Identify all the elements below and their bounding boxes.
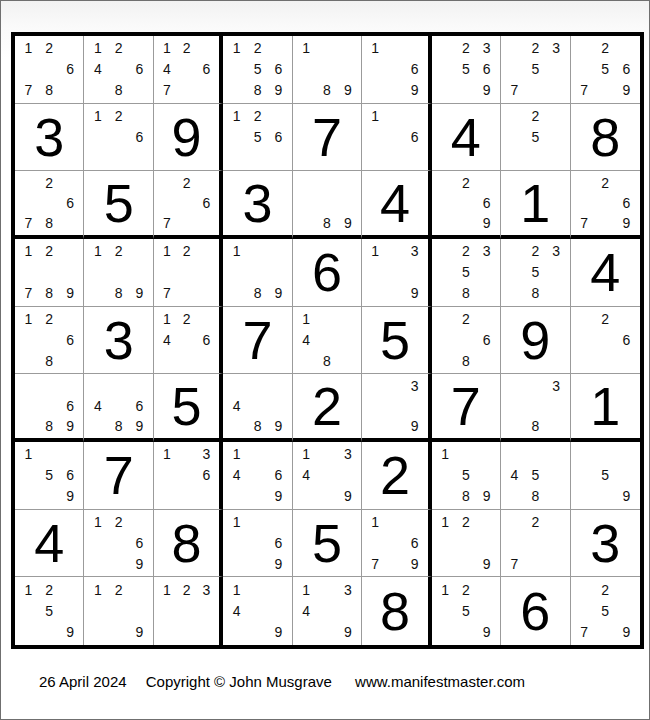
solved-digit: 9: [154, 104, 219, 171]
cell-r7c9: 59: [571, 442, 640, 510]
pencil-marks: 1289: [84, 239, 152, 306]
pencil-mark-7: 7: [574, 80, 595, 101]
cell-r5c9: 26: [571, 307, 640, 375]
pencil-mark-8: 8: [455, 283, 476, 304]
pencil-marks: 1259: [15, 577, 83, 645]
pencil-marks: 129: [84, 577, 152, 645]
pencil-mark-6: 6: [268, 465, 289, 486]
empty-mark-slot: [296, 350, 317, 371]
pencil-mark-4: 4: [157, 59, 177, 80]
pencil-marks: 139: [362, 239, 427, 306]
pencil-mark-6: 6: [197, 59, 217, 80]
pencil-mark-9: 9: [476, 80, 497, 101]
pencil-mark-5: 5: [595, 465, 616, 486]
empty-mark-slot: [455, 193, 476, 213]
pencil-mark-4: 4: [296, 330, 317, 351]
pencil-mark-1: 1: [226, 444, 247, 465]
empty-mark-slot: [504, 59, 525, 80]
pencil-mark-9: 9: [476, 553, 497, 574]
empty-mark-slot: [177, 193, 197, 213]
empty-mark-slot: [546, 59, 567, 80]
pencil-mark-2: 2: [455, 38, 476, 59]
pencil-mark-6: 6: [476, 193, 497, 213]
empty-mark-slot: [317, 465, 338, 486]
pencil-mark-1: 1: [435, 579, 456, 600]
pencil-marks: 127: [154, 239, 219, 306]
solved-digit: 7: [293, 104, 361, 171]
empty-mark-slot: [268, 601, 289, 622]
cell-r4c2: 1289: [84, 239, 153, 307]
pencil-mark-9: 9: [616, 80, 637, 101]
empty-mark-slot: [385, 147, 405, 168]
empty-mark-slot: [247, 262, 268, 283]
empty-mark-slot: [197, 80, 217, 101]
cell-r2c9: 8: [571, 104, 640, 172]
empty-mark-slot: [405, 38, 425, 59]
solved-digit: 3: [84, 307, 152, 374]
empty-mark-slot: [157, 262, 177, 283]
empty-mark-slot: [435, 309, 456, 330]
pencil-mark-5: 5: [525, 59, 546, 80]
empty-mark-slot: [476, 465, 497, 486]
empty-mark-slot: [385, 38, 405, 59]
pencil-mark-6: 6: [129, 396, 150, 416]
empty-mark-slot: [317, 622, 338, 643]
empty-mark-slot: [476, 533, 497, 554]
empty-mark-slot: [268, 147, 289, 168]
cell-r5c8: 9: [501, 307, 570, 375]
pencil-marks: 2358: [432, 239, 500, 306]
pencil-mark-9: 9: [129, 553, 150, 574]
pencil-mark-1: 1: [365, 241, 385, 262]
empty-mark-slot: [129, 376, 150, 396]
pencil-mark-1: 1: [435, 444, 456, 465]
empty-mark-slot: [129, 601, 150, 622]
empty-mark-slot: [616, 579, 637, 600]
pencil-marks: 59: [571, 442, 640, 509]
empty-mark-slot: [87, 147, 108, 168]
cell-r6c7: 7: [432, 374, 501, 442]
empty-mark-slot: [385, 59, 405, 80]
pencil-mark-7: 7: [157, 283, 177, 304]
empty-mark-slot: [504, 486, 525, 507]
pencil-mark-2: 2: [108, 38, 129, 59]
pencil-mark-6: 6: [60, 396, 81, 416]
pencil-mark-2: 2: [177, 173, 197, 193]
empty-mark-slot: [87, 601, 108, 622]
empty-mark-slot: [435, 553, 456, 574]
pencil-mark-5: 5: [247, 127, 268, 148]
pencil-mark-1: 1: [87, 512, 108, 533]
cell-r5c1: 1268: [15, 307, 84, 375]
empty-mark-slot: [546, 465, 567, 486]
empty-mark-slot: [226, 553, 247, 574]
empty-mark-slot: [385, 106, 405, 127]
solved-digit: 1: [501, 171, 569, 235]
pencil-mark-1: 1: [18, 241, 39, 262]
empty-mark-slot: [39, 622, 60, 643]
cell-r8c9: 3: [571, 510, 640, 578]
cell-r2c1: 3: [15, 104, 84, 172]
pencil-marks: 149: [223, 577, 291, 645]
empty-mark-slot: [435, 213, 456, 233]
pencil-marks: 1469: [223, 442, 291, 509]
pencil-mark-7: 7: [365, 553, 385, 574]
pencil-marks: 169: [223, 510, 291, 577]
pencil-marks: 1259: [432, 577, 500, 645]
pencil-mark-1: 1: [87, 579, 108, 600]
pencil-mark-8: 8: [39, 350, 60, 371]
empty-mark-slot: [435, 622, 456, 643]
pencil-mark-2: 2: [455, 241, 476, 262]
empty-mark-slot: [385, 533, 405, 554]
cell-r4c1: 12789: [15, 239, 84, 307]
cell-r1c5: 189: [293, 36, 362, 104]
empty-mark-slot: [365, 80, 385, 101]
cell-r9c8: 6: [501, 577, 570, 645]
cell-r3c5: 89: [293, 171, 362, 239]
pencil-mark-9: 9: [405, 80, 425, 101]
empty-mark-slot: [39, 59, 60, 80]
cell-r5c4: 7: [223, 307, 292, 375]
cell-r9c6: 8: [362, 577, 431, 645]
empty-mark-slot: [546, 486, 567, 507]
empty-mark-slot: [108, 396, 129, 416]
solved-digit: 3: [15, 104, 83, 171]
empty-mark-slot: [337, 350, 358, 371]
empty-mark-slot: [87, 553, 108, 574]
empty-mark-slot: [177, 330, 197, 351]
pencil-mark-2: 2: [595, 309, 616, 330]
pencil-marks: 126: [84, 104, 152, 171]
empty-mark-slot: [574, 486, 595, 507]
empty-mark-slot: [177, 59, 197, 80]
empty-mark-slot: [18, 486, 39, 507]
pencil-mark-6: 6: [616, 193, 637, 213]
empty-mark-slot: [317, 309, 338, 330]
empty-mark-slot: [177, 622, 197, 643]
solved-digit: 4: [15, 510, 83, 577]
cell-r4c7: 2358: [432, 239, 501, 307]
empty-mark-slot: [476, 173, 497, 193]
empty-mark-slot: [337, 193, 358, 213]
solved-digit: 6: [501, 577, 569, 645]
empty-mark-slot: [574, 193, 595, 213]
pencil-mark-1: 1: [296, 38, 317, 59]
empty-mark-slot: [365, 147, 385, 168]
empty-mark-slot: [296, 486, 317, 507]
pencil-mark-1: 1: [435, 512, 456, 533]
pencil-mark-8: 8: [39, 213, 60, 233]
empty-mark-slot: [546, 416, 567, 436]
pencil-mark-8: 8: [108, 283, 129, 304]
pencil-mark-2: 2: [39, 309, 60, 330]
cell-r6c6: 39: [362, 374, 431, 442]
pencil-marks: 189: [223, 239, 291, 306]
empty-mark-slot: [268, 444, 289, 465]
empty-mark-slot: [476, 262, 497, 283]
empty-mark-slot: [87, 533, 108, 554]
pencil-mark-2: 2: [525, 512, 546, 533]
pencil-mark-2: 2: [595, 38, 616, 59]
pencil-marks: 1679: [362, 510, 427, 577]
empty-mark-slot: [435, 173, 456, 193]
empty-mark-slot: [504, 38, 525, 59]
empty-mark-slot: [296, 193, 317, 213]
empty-mark-slot: [546, 262, 567, 283]
empty-mark-slot: [268, 106, 289, 127]
empty-mark-slot: [616, 309, 637, 330]
pencil-mark-7: 7: [504, 80, 525, 101]
pencil-mark-1: 1: [157, 444, 177, 465]
empty-mark-slot: [197, 173, 217, 193]
empty-mark-slot: [247, 486, 268, 507]
empty-mark-slot: [574, 444, 595, 465]
pencil-mark-6: 6: [60, 330, 81, 351]
pencil-mark-9: 9: [405, 553, 425, 574]
pencil-mark-9: 9: [616, 622, 637, 643]
pencil-mark-1: 1: [157, 579, 177, 600]
pencil-marks: 16: [362, 104, 427, 171]
pencil-mark-6: 6: [129, 59, 150, 80]
pencil-marks: 129: [432, 510, 500, 577]
pencil-mark-9: 9: [337, 486, 358, 507]
empty-mark-slot: [435, 533, 456, 554]
pencil-mark-6: 6: [476, 330, 497, 351]
pencil-mark-8: 8: [39, 80, 60, 101]
cell-r3c8: 1: [501, 171, 570, 239]
pencil-mark-8: 8: [247, 283, 268, 304]
empty-mark-slot: [337, 309, 358, 330]
empty-mark-slot: [365, 376, 385, 396]
pencil-mark-2: 2: [108, 579, 129, 600]
pencil-mark-5: 5: [525, 127, 546, 148]
empty-mark-slot: [365, 533, 385, 554]
empty-mark-slot: [385, 553, 405, 574]
pencil-mark-5: 5: [455, 601, 476, 622]
pencil-mark-4: 4: [504, 465, 525, 486]
empty-mark-slot: [317, 59, 338, 80]
pencil-mark-9: 9: [60, 622, 81, 643]
pencil-marks: 2357: [501, 36, 569, 103]
cell-r8c8: 27: [501, 510, 570, 578]
empty-mark-slot: [435, 59, 456, 80]
pencil-mark-9: 9: [129, 622, 150, 643]
empty-mark-slot: [39, 330, 60, 351]
empty-mark-slot: [476, 309, 497, 330]
pencil-mark-3: 3: [476, 241, 497, 262]
pencil-marks: 12678: [15, 36, 83, 103]
cell-r6c8: 38: [501, 374, 570, 442]
cell-r2c4: 1256: [223, 104, 292, 172]
empty-mark-slot: [476, 283, 497, 304]
empty-mark-slot: [157, 622, 177, 643]
pencil-mark-7: 7: [18, 213, 39, 233]
empty-mark-slot: [18, 173, 39, 193]
empty-mark-slot: [504, 444, 525, 465]
pencil-mark-2: 2: [39, 173, 60, 193]
empty-mark-slot: [317, 193, 338, 213]
cell-r4c9: 4: [571, 239, 640, 307]
empty-mark-slot: [129, 579, 150, 600]
pencil-mark-6: 6: [268, 59, 289, 80]
solved-digit: 3: [571, 510, 640, 577]
cell-r6c9: 1: [571, 374, 640, 442]
solved-digit: 4: [362, 171, 427, 235]
empty-mark-slot: [476, 512, 497, 533]
empty-mark-slot: [60, 262, 81, 283]
empty-mark-slot: [108, 59, 129, 80]
empty-mark-slot: [18, 59, 39, 80]
empty-mark-slot: [546, 533, 567, 554]
pencil-mark-1: 1: [226, 579, 247, 600]
empty-mark-slot: [226, 376, 247, 396]
cell-r1c4: 125689: [223, 36, 292, 104]
empty-mark-slot: [504, 376, 525, 396]
empty-mark-slot: [525, 396, 546, 416]
empty-mark-slot: [197, 262, 217, 283]
empty-mark-slot: [385, 241, 405, 262]
empty-mark-slot: [226, 283, 247, 304]
cell-r6c4: 489: [223, 374, 292, 442]
empty-mark-slot: [177, 262, 197, 283]
empty-mark-slot: [365, 396, 385, 416]
empty-mark-slot: [108, 601, 129, 622]
pencil-marks: 1256: [223, 104, 291, 171]
empty-mark-slot: [337, 173, 358, 193]
empty-mark-slot: [87, 127, 108, 148]
cell-r9c5: 1349: [293, 577, 362, 645]
empty-mark-slot: [18, 465, 39, 486]
empty-mark-slot: [435, 465, 456, 486]
pencil-mark-8: 8: [455, 486, 476, 507]
empty-mark-slot: [616, 444, 637, 465]
pencil-mark-8: 8: [455, 350, 476, 371]
pencil-marks: 2579: [571, 577, 640, 645]
empty-mark-slot: [226, 80, 247, 101]
empty-mark-slot: [455, 553, 476, 574]
cell-r9c4: 149: [223, 577, 292, 645]
empty-mark-slot: [247, 579, 268, 600]
cell-r2c2: 126: [84, 104, 153, 172]
empty-mark-slot: [87, 622, 108, 643]
pencil-marks: 189: [293, 36, 361, 103]
pencil-marks: 23569: [432, 36, 500, 103]
pencil-marks: 1268: [15, 307, 83, 374]
pencil-mark-1: 1: [157, 38, 177, 59]
empty-mark-slot: [247, 553, 268, 574]
empty-mark-slot: [595, 80, 616, 101]
empty-mark-slot: [435, 350, 456, 371]
empty-mark-slot: [197, 309, 217, 330]
cell-r4c3: 127: [154, 239, 223, 307]
solved-digit: 2: [293, 374, 361, 438]
empty-mark-slot: [60, 80, 81, 101]
pencil-mark-8: 8: [317, 80, 338, 101]
empty-mark-slot: [337, 59, 358, 80]
pencil-mark-6: 6: [197, 193, 217, 213]
pencil-mark-2: 2: [177, 579, 197, 600]
empty-mark-slot: [385, 396, 405, 416]
pencil-marks: 269: [432, 171, 500, 235]
pencil-mark-5: 5: [39, 465, 60, 486]
empty-mark-slot: [616, 465, 637, 486]
empty-mark-slot: [546, 283, 567, 304]
empty-mark-slot: [546, 127, 567, 148]
pencil-mark-2: 2: [247, 106, 268, 127]
pencil-mark-7: 7: [18, 283, 39, 304]
pencil-mark-1: 1: [296, 444, 317, 465]
empty-mark-slot: [574, 309, 595, 330]
pencil-mark-4: 4: [296, 601, 317, 622]
cell-r3c2: 5: [84, 171, 153, 239]
empty-mark-slot: [108, 533, 129, 554]
cell-r1c3: 12467: [154, 36, 223, 104]
pencil-mark-6: 6: [268, 127, 289, 148]
empty-mark-slot: [525, 533, 546, 554]
empty-mark-slot: [595, 193, 616, 213]
cell-r5c2: 3: [84, 307, 153, 375]
empty-mark-slot: [385, 416, 405, 436]
empty-mark-slot: [435, 80, 456, 101]
empty-mark-slot: [226, 533, 247, 554]
pencil-mark-2: 2: [525, 38, 546, 59]
empty-mark-slot: [385, 283, 405, 304]
empty-mark-slot: [60, 213, 81, 233]
empty-mark-slot: [268, 38, 289, 59]
empty-mark-slot: [385, 376, 405, 396]
cell-r4c8: 2358: [501, 239, 570, 307]
cell-r1c9: 25679: [571, 36, 640, 104]
pencil-mark-1: 1: [157, 309, 177, 330]
empty-mark-slot: [247, 444, 268, 465]
pencil-marks: 268: [432, 307, 500, 374]
pencil-mark-5: 5: [455, 59, 476, 80]
empty-mark-slot: [60, 173, 81, 193]
pencil-mark-7: 7: [574, 622, 595, 643]
pencil-mark-2: 2: [247, 38, 268, 59]
empty-mark-slot: [39, 396, 60, 416]
empty-mark-slot: [177, 213, 197, 233]
empty-mark-slot: [455, 444, 476, 465]
cell-r6c5: 2: [293, 374, 362, 442]
empty-mark-slot: [18, 396, 39, 416]
empty-mark-slot: [435, 38, 456, 59]
empty-mark-slot: [365, 59, 385, 80]
empty-mark-slot: [18, 262, 39, 283]
empty-mark-slot: [435, 241, 456, 262]
pencil-mark-6: 6: [60, 59, 81, 80]
pencil-mark-1: 1: [87, 106, 108, 127]
solved-digit: 7: [84, 442, 152, 509]
pencil-mark-9: 9: [616, 486, 637, 507]
pencil-mark-3: 3: [476, 38, 497, 59]
pencil-mark-9: 9: [268, 283, 289, 304]
empty-mark-slot: [129, 38, 150, 59]
empty-mark-slot: [268, 396, 289, 416]
empty-mark-slot: [197, 213, 217, 233]
puzzle-page: 1267812468124671256891891692356923572567…: [0, 0, 650, 720]
cell-r7c8: 458: [501, 442, 570, 510]
pencil-mark-8: 8: [317, 350, 338, 371]
pencil-mark-9: 9: [337, 622, 358, 643]
empty-mark-slot: [504, 416, 525, 436]
pencil-mark-3: 3: [197, 444, 217, 465]
empty-mark-slot: [546, 80, 567, 101]
empty-mark-slot: [504, 241, 525, 262]
empty-mark-slot: [247, 376, 268, 396]
solved-digit: 5: [154, 374, 219, 438]
